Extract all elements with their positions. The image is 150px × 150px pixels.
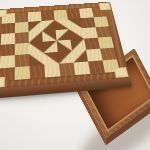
lid-top-face (0, 2, 130, 89)
board-cell (59, 63, 75, 77)
board-cell (15, 66, 30, 80)
box-lid (0, 2, 132, 99)
corner-inlay-top-right (99, 2, 111, 10)
corner-inlay-bottom-right (114, 67, 129, 78)
lid-board-grid (0, 7, 120, 81)
corner-inlay-bottom-left (0, 77, 5, 88)
board-cell (30, 65, 46, 79)
corner-inlay-top-left (0, 9, 7, 17)
board-cell (44, 64, 60, 78)
photo-scene (0, 0, 150, 150)
